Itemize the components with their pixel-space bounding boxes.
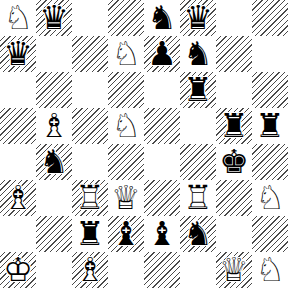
white-knight-piece: ♘	[108, 108, 144, 144]
black-knight-piece: ♞	[180, 216, 216, 252]
white-bishop-piece: ♗	[0, 180, 36, 216]
square-b4[interactable]: ♞♞	[36, 144, 72, 180]
square-f6[interactable]: ♜♜	[180, 72, 216, 108]
square-h1[interactable]: ♞♘	[252, 252, 288, 288]
black-rook-piece: ♜	[180, 72, 216, 108]
square-g6[interactable]	[216, 72, 252, 108]
white-bishop-piece: ♗	[36, 108, 72, 144]
square-h4[interactable]	[252, 144, 288, 180]
square-a1[interactable]: ♚♔	[0, 252, 36, 288]
square-e2[interactable]: ♝♝	[144, 216, 180, 252]
square-b3[interactable]	[36, 180, 72, 216]
square-g7[interactable]	[216, 36, 252, 72]
white-knight-piece: ♘	[0, 0, 36, 36]
white-queen-piece: ♕	[216, 252, 252, 288]
square-e7[interactable]: ♟♟	[144, 36, 180, 72]
square-g1[interactable]: ♛♕	[216, 252, 252, 288]
square-e5[interactable]	[144, 108, 180, 144]
square-a3[interactable]: ♝♗	[0, 180, 36, 216]
square-d3[interactable]: ♛♕	[108, 180, 144, 216]
square-e4[interactable]	[144, 144, 180, 180]
square-c2[interactable]: ♜♜	[72, 216, 108, 252]
square-f8[interactable]: ♛♛	[180, 0, 216, 36]
white-bishop-piece: ♗	[72, 252, 108, 288]
square-h5[interactable]: ♜♜	[252, 108, 288, 144]
square-h3[interactable]: ♞♘	[252, 180, 288, 216]
square-f7[interactable]: ♞♞	[180, 36, 216, 72]
square-d1[interactable]	[108, 252, 144, 288]
square-a8[interactable]: ♞♘	[0, 0, 36, 36]
black-rook-piece: ♜	[72, 216, 108, 252]
square-h2[interactable]	[252, 216, 288, 252]
square-g5[interactable]: ♜♜	[216, 108, 252, 144]
square-d5[interactable]: ♞♘	[108, 108, 144, 144]
black-knight-piece: ♞	[180, 36, 216, 72]
black-queen-piece: ♛	[0, 36, 36, 72]
square-c6[interactable]	[72, 72, 108, 108]
black-king-piece: ♚	[216, 144, 252, 180]
square-g4[interactable]: ♚♚	[216, 144, 252, 180]
black-knight-piece: ♞	[144, 0, 180, 36]
square-d6[interactable]	[108, 72, 144, 108]
square-a7[interactable]: ♛♛	[0, 36, 36, 72]
square-h6[interactable]	[252, 72, 288, 108]
black-rook-piece: ♜	[252, 108, 288, 144]
square-e3[interactable]	[144, 180, 180, 216]
square-f1[interactable]	[180, 252, 216, 288]
black-bishop-piece: ♝	[108, 216, 144, 252]
white-queen-piece: ♕	[108, 180, 144, 216]
square-g3[interactable]	[216, 180, 252, 216]
black-queen-piece: ♛	[180, 0, 216, 36]
square-b2[interactable]	[36, 216, 72, 252]
square-d8[interactable]	[108, 0, 144, 36]
white-king-piece: ♔	[0, 252, 36, 288]
white-knight-piece: ♘	[252, 180, 288, 216]
square-d4[interactable]	[108, 144, 144, 180]
square-e1[interactable]	[144, 252, 180, 288]
square-a2[interactable]	[0, 216, 36, 252]
black-rook-piece: ♜	[216, 108, 252, 144]
square-d2[interactable]: ♝♝	[108, 216, 144, 252]
square-f2[interactable]: ♞♞	[180, 216, 216, 252]
square-e6[interactable]	[144, 72, 180, 108]
square-d7[interactable]: ♞♘	[108, 36, 144, 72]
white-rook-piece: ♖	[180, 180, 216, 216]
square-c3[interactable]: ♜♖	[72, 180, 108, 216]
square-e8[interactable]: ♞♞	[144, 0, 180, 36]
square-c7[interactable]	[72, 36, 108, 72]
white-knight-piece: ♘	[252, 252, 288, 288]
square-f5[interactable]	[180, 108, 216, 144]
square-a4[interactable]	[0, 144, 36, 180]
square-a5[interactable]	[0, 108, 36, 144]
square-b7[interactable]	[36, 36, 72, 72]
square-b5[interactable]: ♝♗	[36, 108, 72, 144]
square-h7[interactable]	[252, 36, 288, 72]
square-h8[interactable]	[252, 0, 288, 36]
chess-board: ♞♘♛♛♞♞♛♛♛♛♞♘♟♟♞♞♜♜♝♗♞♘♜♜♜♜♞♞♚♚♝♗♜♖♛♕♜♖♞♘…	[0, 0, 288, 288]
square-c5[interactable]	[72, 108, 108, 144]
square-a6[interactable]	[0, 72, 36, 108]
square-f4[interactable]	[180, 144, 216, 180]
square-b1[interactable]	[36, 252, 72, 288]
black-queen-piece: ♛	[36, 0, 72, 36]
square-c1[interactable]: ♝♗	[72, 252, 108, 288]
white-rook-piece: ♖	[72, 180, 108, 216]
white-knight-piece: ♘	[108, 36, 144, 72]
square-b6[interactable]	[36, 72, 72, 108]
square-c8[interactable]	[72, 0, 108, 36]
square-b8[interactable]: ♛♛	[36, 0, 72, 36]
black-knight-piece: ♞	[36, 144, 72, 180]
square-g8[interactable]	[216, 0, 252, 36]
black-bishop-piece: ♝	[144, 216, 180, 252]
square-c4[interactable]	[72, 144, 108, 180]
square-g2[interactable]	[216, 216, 252, 252]
black-pawn-piece: ♟	[144, 36, 180, 72]
square-f3[interactable]: ♜♖	[180, 180, 216, 216]
